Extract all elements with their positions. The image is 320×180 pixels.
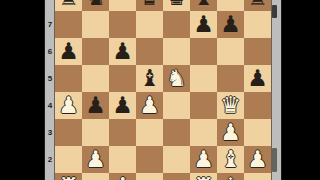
square-a5[interactable] xyxy=(55,65,82,92)
square-a8[interactable]: ♜ xyxy=(55,0,82,11)
square-e4[interactable] xyxy=(163,92,190,119)
white-pawn-d4[interactable]: ♟ xyxy=(136,92,163,119)
square-g8[interactable] xyxy=(217,0,244,11)
rank-label-2: 2 xyxy=(45,146,55,173)
black-rook-a8[interactable]: ♜ xyxy=(55,0,82,11)
rank-label-3: 3 xyxy=(45,119,55,146)
square-b7[interactable] xyxy=(82,11,109,38)
black-pawn-c6[interactable]: ♟ xyxy=(109,38,136,65)
black-pawn-c4[interactable]: ♟ xyxy=(109,92,136,119)
white-queen-g4[interactable]: ♛ xyxy=(217,92,244,119)
square-a3[interactable] xyxy=(55,119,82,146)
square-e1[interactable] xyxy=(163,173,190,180)
square-g5[interactable] xyxy=(217,65,244,92)
square-d1[interactable] xyxy=(136,173,163,180)
white-bishop-g2[interactable]: ♝ xyxy=(217,146,244,173)
square-f8[interactable]: ♝ xyxy=(190,0,217,11)
black-pawn-h5[interactable]: ♟ xyxy=(244,65,271,92)
square-c8[interactable] xyxy=(109,0,136,11)
square-e7[interactable] xyxy=(163,11,190,38)
chess-board[interactable]: ♜♞♛♚♝♜♟♟♟♟♝♞♟♟♟♟♟♛♟♟♟♝♟♜♝♜♚ xyxy=(55,0,271,180)
square-d3[interactable] xyxy=(136,119,163,146)
square-g3[interactable]: ♟ xyxy=(217,119,244,146)
watermark-top xyxy=(272,5,277,18)
square-f6[interactable] xyxy=(190,38,217,65)
black-rook-h8[interactable]: ♜ xyxy=(244,0,271,11)
square-h5[interactable]: ♟ xyxy=(244,65,271,92)
square-a2[interactable] xyxy=(55,146,82,173)
square-c2[interactable] xyxy=(109,146,136,173)
square-g1[interactable]: ♚ xyxy=(217,173,244,180)
square-h8[interactable]: ♜ xyxy=(244,0,271,11)
rank-label-6: 6 xyxy=(45,38,55,65)
square-g6[interactable] xyxy=(217,38,244,65)
rank-label-1: 1 xyxy=(45,173,55,180)
watermark-bottom xyxy=(272,148,277,172)
white-pawn-f2[interactable]: ♟ xyxy=(190,146,217,173)
square-c1[interactable]: ♝ xyxy=(109,173,136,180)
square-c4[interactable]: ♟ xyxy=(109,92,136,119)
rank-label-5: 5 xyxy=(45,65,55,92)
white-pawn-b2[interactable]: ♟ xyxy=(82,146,109,173)
black-knight-b8[interactable]: ♞ xyxy=(82,0,109,11)
square-e3[interactable] xyxy=(163,119,190,146)
square-b4[interactable]: ♟ xyxy=(82,92,109,119)
square-g7[interactable]: ♟ xyxy=(217,11,244,38)
white-pawn-a4[interactable]: ♟ xyxy=(55,92,82,119)
black-pawn-b4[interactable]: ♟ xyxy=(82,92,109,119)
black-pawn-f7[interactable]: ♟ xyxy=(190,11,217,38)
square-a7[interactable] xyxy=(55,11,82,38)
square-e8[interactable]: ♚ xyxy=(163,0,190,11)
black-queen-d8[interactable]: ♛ xyxy=(136,0,163,11)
square-h2[interactable]: ♟ xyxy=(244,146,271,173)
black-pawn-a6[interactable]: ♟ xyxy=(55,38,82,65)
rank-label-8: 8 xyxy=(45,0,55,11)
rank-labels: 87654321 xyxy=(45,0,55,180)
square-h7[interactable] xyxy=(244,11,271,38)
video-letterbox: 87654321 ♜♞♛♚♝♜♟♟♟♟♝♞♟♟♟♟♟♛♟♟♟♝♟♜♝♜♚ xyxy=(0,0,320,180)
white-pawn-h2[interactable]: ♟ xyxy=(244,146,271,173)
square-f5[interactable] xyxy=(190,65,217,92)
square-f7[interactable]: ♟ xyxy=(190,11,217,38)
square-c7[interactable] xyxy=(109,11,136,38)
square-b1[interactable] xyxy=(82,173,109,180)
right-strip xyxy=(269,0,280,180)
white-rook-f1[interactable]: ♜ xyxy=(190,173,217,180)
square-h1[interactable] xyxy=(244,173,271,180)
square-c6[interactable]: ♟ xyxy=(109,38,136,65)
square-d4[interactable]: ♟ xyxy=(136,92,163,119)
black-pawn-g7[interactable]: ♟ xyxy=(217,11,244,38)
square-d8[interactable]: ♛ xyxy=(136,0,163,11)
square-b8[interactable]: ♞ xyxy=(82,0,109,11)
square-h3[interactable] xyxy=(244,119,271,146)
square-b5[interactable] xyxy=(82,65,109,92)
square-g4[interactable]: ♛ xyxy=(217,92,244,119)
square-a4[interactable]: ♟ xyxy=(55,92,82,119)
square-d7[interactable] xyxy=(136,11,163,38)
white-pawn-g3[interactable]: ♟ xyxy=(217,119,244,146)
square-g2[interactable]: ♝ xyxy=(217,146,244,173)
square-d2[interactable] xyxy=(136,146,163,173)
square-b6[interactable] xyxy=(82,38,109,65)
square-a6[interactable]: ♟ xyxy=(55,38,82,65)
black-bishop-f8[interactable]: ♝ xyxy=(190,0,217,11)
black-bishop-d5[interactable]: ♝ xyxy=(136,65,163,92)
black-king-e8[interactable]: ♚ xyxy=(163,0,190,11)
board-frame: 87654321 ♜♞♛♚♝♜♟♟♟♟♝♞♟♟♟♟♟♛♟♟♟♝♟♜♝♜♚ xyxy=(44,0,282,180)
rank-label-7: 7 xyxy=(45,11,55,38)
square-e2[interactable] xyxy=(163,146,190,173)
rank-label-4: 4 xyxy=(45,92,55,119)
square-e6[interactable] xyxy=(163,38,190,65)
square-d5[interactable]: ♝ xyxy=(136,65,163,92)
square-h4[interactable] xyxy=(244,92,271,119)
white-king-g1[interactable]: ♚ xyxy=(217,173,244,180)
white-knight-e5[interactable]: ♞ xyxy=(163,65,190,92)
square-b3[interactable] xyxy=(82,119,109,146)
square-f3[interactable] xyxy=(190,119,217,146)
square-c5[interactable] xyxy=(109,65,136,92)
square-e5[interactable]: ♞ xyxy=(163,65,190,92)
square-a1[interactable]: ♜ xyxy=(55,173,82,180)
square-h6[interactable] xyxy=(244,38,271,65)
square-f4[interactable] xyxy=(190,92,217,119)
square-f1[interactable]: ♜ xyxy=(190,173,217,180)
white-bishop-c1[interactable]: ♝ xyxy=(109,173,136,180)
white-rook-a1[interactable]: ♜ xyxy=(55,173,82,180)
square-f2[interactable]: ♟ xyxy=(190,146,217,173)
square-b2[interactable]: ♟ xyxy=(82,146,109,173)
square-c3[interactable] xyxy=(109,119,136,146)
square-d6[interactable] xyxy=(136,38,163,65)
